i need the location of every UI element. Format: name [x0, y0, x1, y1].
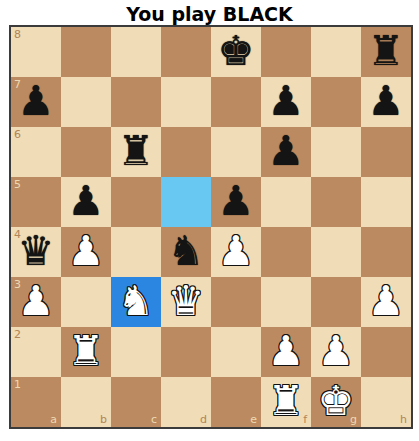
square-d4[interactable]: ♞ [161, 227, 211, 277]
square-f3[interactable] [261, 277, 311, 327]
square-b8[interactable] [61, 27, 111, 77]
piece-black-rook[interactable]: ♜ [118, 131, 155, 172]
square-e5[interactable]: ♟ [211, 177, 261, 227]
file-label-e: e [250, 414, 257, 425]
piece-black-knight[interactable]: ♞ [168, 231, 205, 272]
square-e2[interactable] [211, 327, 261, 377]
page-title: You play BLACK [0, 0, 419, 25]
square-c2[interactable] [111, 327, 161, 377]
piece-black-pawn[interactable]: ♟ [368, 81, 405, 122]
square-e8[interactable]: ♚ [211, 27, 261, 77]
file-label-h: h [400, 414, 407, 425]
rank-label-2: 2 [14, 329, 21, 340]
square-d2[interactable] [161, 327, 211, 377]
piece-black-king[interactable]: ♚ [218, 31, 255, 72]
square-c5[interactable] [111, 177, 161, 227]
square-f2[interactable]: ♟ [261, 327, 311, 377]
square-g2[interactable]: ♟ [311, 327, 361, 377]
square-d6[interactable] [161, 127, 211, 177]
square-b4[interactable]: ♟ [61, 227, 111, 277]
square-f5[interactable] [261, 177, 311, 227]
rank-label-6: 6 [14, 129, 21, 140]
square-a1[interactable]: 1a [11, 377, 61, 427]
rank-label-1: 1 [14, 379, 21, 390]
square-b2[interactable]: ♜ [61, 327, 111, 377]
square-h7[interactable]: ♟ [361, 77, 411, 127]
piece-white-pawn[interactable]: ♟ [218, 231, 255, 272]
file-label-c: c [151, 414, 157, 425]
square-f7[interactable]: ♟ [261, 77, 311, 127]
square-c3[interactable]: ♞ [111, 277, 161, 327]
square-e4[interactable]: ♟ [211, 227, 261, 277]
piece-white-pawn[interactable]: ♟ [368, 281, 405, 322]
square-f1[interactable]: f♜ [261, 377, 311, 427]
piece-black-pawn[interactable]: ♟ [268, 131, 305, 172]
piece-white-king[interactable]: ♚ [318, 381, 355, 422]
square-a7[interactable]: 7♟ [11, 77, 61, 127]
piece-black-rook[interactable]: ♜ [368, 31, 405, 72]
square-f4[interactable] [261, 227, 311, 277]
square-h2[interactable] [361, 327, 411, 377]
square-d8[interactable] [161, 27, 211, 77]
square-c6[interactable]: ♜ [111, 127, 161, 177]
square-d3[interactable]: ♛ [161, 277, 211, 327]
file-label-d: d [200, 414, 207, 425]
square-a6[interactable]: 6 [11, 127, 61, 177]
piece-black-pawn[interactable]: ♟ [68, 181, 105, 222]
square-g7[interactable] [311, 77, 361, 127]
chess-board: 8♚♜7♟♟♟6♜♟5♟♟4♛♟♞♟3♟♞♛♟2♜♟♟1abcdef♜g♚h [9, 25, 413, 429]
piece-white-rook[interactable]: ♜ [68, 331, 105, 372]
square-e7[interactable] [211, 77, 261, 127]
file-label-b: b [100, 414, 107, 425]
square-g5[interactable] [311, 177, 361, 227]
piece-white-pawn[interactable]: ♟ [268, 331, 305, 372]
piece-black-pawn[interactable]: ♟ [268, 81, 305, 122]
square-a8[interactable]: 8 [11, 27, 61, 77]
square-a3[interactable]: 3♟ [11, 277, 61, 327]
square-b6[interactable] [61, 127, 111, 177]
square-h6[interactable] [361, 127, 411, 177]
square-g3[interactable] [311, 277, 361, 327]
square-h8[interactable]: ♜ [361, 27, 411, 77]
square-g8[interactable] [311, 27, 361, 77]
square-d7[interactable] [161, 77, 211, 127]
square-b5[interactable]: ♟ [61, 177, 111, 227]
square-f8[interactable] [261, 27, 311, 77]
square-g6[interactable] [311, 127, 361, 177]
square-h1[interactable]: h [361, 377, 411, 427]
square-a4[interactable]: 4♛ [11, 227, 61, 277]
square-c4[interactable] [111, 227, 161, 277]
piece-black-pawn[interactable]: ♟ [18, 81, 55, 122]
square-h4[interactable] [361, 227, 411, 277]
square-e1[interactable]: e [211, 377, 261, 427]
piece-white-queen[interactable]: ♛ [168, 281, 205, 322]
square-c1[interactable]: c [111, 377, 161, 427]
piece-white-pawn[interactable]: ♟ [68, 231, 105, 272]
piece-black-queen[interactable]: ♛ [18, 231, 55, 272]
file-label-a: a [50, 414, 57, 425]
square-a5[interactable]: 5 [11, 177, 61, 227]
square-h3[interactable]: ♟ [361, 277, 411, 327]
rank-label-5: 5 [14, 179, 21, 190]
piece-white-knight[interactable]: ♞ [118, 281, 155, 322]
rank-label-8: 8 [14, 29, 21, 40]
square-d1[interactable]: d [161, 377, 211, 427]
piece-black-pawn[interactable]: ♟ [218, 181, 255, 222]
square-c8[interactable] [111, 27, 161, 77]
square-e6[interactable] [211, 127, 261, 177]
square-e3[interactable] [211, 277, 261, 327]
square-h5[interactable] [361, 177, 411, 227]
piece-white-pawn[interactable]: ♟ [18, 281, 55, 322]
square-f6[interactable]: ♟ [261, 127, 311, 177]
square-g4[interactable] [311, 227, 361, 277]
square-d5[interactable] [161, 177, 211, 227]
piece-white-rook[interactable]: ♜ [268, 381, 305, 422]
square-c7[interactable] [111, 77, 161, 127]
piece-white-pawn[interactable]: ♟ [318, 331, 355, 372]
square-b7[interactable] [61, 77, 111, 127]
square-b3[interactable] [61, 277, 111, 327]
square-a2[interactable]: 2 [11, 327, 61, 377]
square-g1[interactable]: g♚ [311, 377, 361, 427]
square-b1[interactable]: b [61, 377, 111, 427]
